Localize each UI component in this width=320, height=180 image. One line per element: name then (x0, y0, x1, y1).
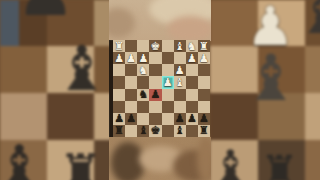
piece-wP-g2: ♟ (126, 53, 136, 64)
app-background-bottom (109, 137, 211, 180)
square-d2[interactable] (162, 52, 174, 64)
piece-bR-h8: ♜ (114, 125, 124, 136)
square-f2[interactable]: ♟ (137, 52, 149, 64)
square-a3[interactable] (198, 64, 210, 76)
square-f3[interactable]: ♞ (137, 64, 149, 76)
square-h5[interactable] (113, 89, 125, 101)
piece-bP-h7: ♟ (114, 113, 124, 124)
piece-bP-a7: ♟ (199, 113, 209, 124)
square-d4[interactable]: ♟ (162, 76, 174, 88)
square-f4[interactable] (137, 76, 149, 88)
piece-wP-a2: ♟ (199, 53, 209, 64)
piece-bP-c7: ♟ (175, 113, 185, 124)
piece-bP-b7: ♟ (187, 113, 197, 124)
square-c7[interactable]: ♟ (174, 113, 186, 125)
piece-wN-f3: ♞ (138, 65, 148, 76)
piece-wN-b1: ♞ (187, 41, 197, 52)
square-c8[interactable]: ♝ (174, 125, 186, 137)
piece-bB-c8: ♝ (175, 125, 185, 136)
square-c6[interactable] (174, 101, 186, 113)
square-g4[interactable] (125, 76, 137, 88)
square-h1[interactable]: ♜ (113, 40, 125, 52)
blurred-background-right: ♟ ♝ ♝ ♝ ♜ (210, 0, 320, 180)
giant-grey-bishop-icon: ♝ (242, 46, 299, 110)
piece-wB-c4: ♝ (175, 77, 185, 88)
square-d7[interactable] (162, 113, 174, 125)
piece-bP-e5: ♟ (151, 89, 161, 100)
giant-dark-rook-icon: ♜ (260, 150, 299, 180)
piece-bN-f5: ♞ (138, 89, 148, 100)
square-d3[interactable] (162, 64, 174, 76)
piece-wP-d4: ♟ (163, 77, 173, 88)
giant-dark-rook-icon: ♜ (58, 148, 103, 180)
square-e6[interactable] (149, 101, 161, 113)
square-f8[interactable]: ♝ (137, 125, 149, 137)
video-frame: ♟ ♝ ♝ ♜ ♟ ♝ ♝ ♝ ♜ ♜♚♝♞♜♟♟♟♟♟♞♟♟♝♞♟♟ (0, 0, 320, 180)
square-b3[interactable] (186, 64, 198, 76)
piece-bP-g7: ♟ (126, 113, 136, 124)
square-d5[interactable] (162, 89, 174, 101)
square-e3[interactable] (149, 64, 161, 76)
square-b4[interactable] (186, 76, 198, 88)
piece-wP-h2: ♟ (114, 53, 124, 64)
giant-dark-bishop-icon: ♝ (0, 138, 44, 180)
square-e5[interactable]: ♟ (149, 89, 161, 101)
piece-wP-b2: ♟ (187, 53, 197, 64)
square-g6[interactable] (125, 101, 137, 113)
chess-board: ♜♚♝♞♜♟♟♟♟♟♞♟♟♝♞♟♟♟♟♟♟♜♝♚♝♜ (113, 40, 210, 137)
square-e4[interactable] (149, 76, 161, 88)
piece-wR-a1: ♜ (199, 41, 209, 52)
square-a1[interactable]: ♜ (198, 40, 210, 52)
square-h6[interactable] (113, 101, 125, 113)
square-e8[interactable]: ♚ (149, 125, 161, 137)
piece-wB-c1: ♝ (175, 41, 185, 52)
piece-bK-e8: ♚ (151, 125, 161, 136)
square-a7[interactable]: ♟ (198, 113, 210, 125)
square-g2[interactable]: ♟ (125, 52, 137, 64)
square-d8[interactable] (162, 125, 174, 137)
square-c3[interactable]: ♟ (174, 64, 186, 76)
square-c5[interactable] (174, 89, 186, 101)
piece-bR-a8: ♜ (199, 125, 209, 136)
square-e7[interactable] (149, 113, 161, 125)
giant-dark-bishop-icon: ♝ (210, 144, 251, 180)
square-h2[interactable]: ♟ (113, 52, 125, 64)
piece-wR-h1: ♜ (114, 41, 124, 52)
square-b1[interactable]: ♞ (186, 40, 198, 52)
square-b2[interactable]: ♟ (186, 52, 198, 64)
giant-dark-piece-corner-icon: ♝ (296, 0, 320, 42)
square-a5[interactable] (198, 89, 210, 101)
piece-bB-f8: ♝ (138, 125, 148, 136)
giant-dark-pawn-icon: ♟ (16, 0, 75, 26)
square-h3[interactable] (113, 64, 125, 76)
app-background-top (109, 0, 211, 41)
square-g1[interactable] (125, 40, 137, 52)
square-a4[interactable] (198, 76, 210, 88)
piece-wK-e1: ♚ (151, 41, 161, 52)
square-a6[interactable] (198, 101, 210, 113)
square-f7[interactable] (137, 113, 149, 125)
square-f6[interactable] (137, 101, 149, 113)
square-g3[interactable] (125, 64, 137, 76)
square-c1[interactable]: ♝ (174, 40, 186, 52)
giant-dark-bishop-icon: ♝ (54, 38, 110, 100)
piece-wP-f2: ♟ (138, 53, 148, 64)
square-d6[interactable] (162, 101, 174, 113)
piece-wP-c3: ♟ (175, 65, 185, 76)
square-g8[interactable] (125, 125, 137, 137)
square-a2[interactable]: ♟ (198, 52, 210, 64)
square-c2[interactable] (174, 52, 186, 64)
square-h4[interactable] (113, 76, 125, 88)
square-f5[interactable]: ♞ (137, 89, 149, 101)
blurred-background-left: ♟ ♝ ♝ ♜ (0, 0, 110, 180)
square-g7[interactable]: ♟ (125, 113, 137, 125)
square-e1[interactable]: ♚ (149, 40, 161, 52)
square-b6[interactable] (186, 101, 198, 113)
square-d1[interactable] (162, 40, 174, 52)
square-b8[interactable] (186, 125, 198, 137)
square-e2[interactable] (149, 52, 161, 64)
square-h8[interactable]: ♜ (113, 125, 125, 137)
square-h7[interactable]: ♟ (113, 113, 125, 125)
square-b7[interactable]: ♟ (186, 113, 198, 125)
square-g5[interactable] (125, 89, 137, 101)
square-b5[interactable] (186, 89, 198, 101)
square-c4[interactable]: ♝ (174, 76, 186, 88)
square-a8[interactable]: ♜ (198, 125, 210, 137)
square-f1[interactable] (137, 40, 149, 52)
